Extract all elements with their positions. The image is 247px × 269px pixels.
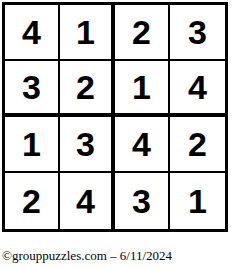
cell-r4c3[interactable]: 3 [115, 173, 170, 229]
cell-r3c4[interactable]: 2 [170, 117, 225, 173]
cell-r2c1[interactable]: 3 [5, 61, 60, 117]
cell-r1c1[interactable]: 4 [5, 5, 60, 61]
cell-r3c2[interactable]: 3 [60, 117, 115, 173]
copyright-credit: ©grouppuzzles.com – 6/11/2024 [2, 248, 172, 264]
cell-r1c2[interactable]: 1 [60, 5, 115, 61]
cell-r3c1[interactable]: 1 [5, 117, 60, 173]
sudoku-page: 4 1 2 3 3 2 1 4 1 3 4 2 2 4 3 1 ©grouppu… [0, 0, 247, 269]
cell-r4c4[interactable]: 1 [170, 173, 225, 229]
cell-r1c4[interactable]: 3 [170, 5, 225, 61]
cell-r4c2[interactable]: 4 [60, 173, 115, 229]
cell-r3c3[interactable]: 4 [115, 117, 170, 173]
sudoku-board: 4 1 2 3 3 2 1 4 1 3 4 2 2 4 3 1 [2, 2, 228, 232]
cell-r2c2[interactable]: 2 [60, 61, 115, 117]
cell-r4c1[interactable]: 2 [5, 173, 60, 229]
cell-r1c3[interactable]: 2 [115, 5, 170, 61]
cell-r2c4[interactable]: 4 [170, 61, 225, 117]
cell-r2c3[interactable]: 1 [115, 61, 170, 117]
